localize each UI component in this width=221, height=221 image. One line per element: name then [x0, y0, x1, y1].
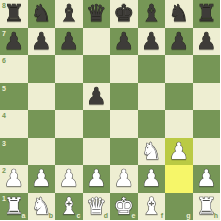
square-c8[interactable]: ♝ [55, 0, 83, 28]
square-g2[interactable] [165, 165, 193, 193]
square-e6[interactable] [110, 55, 138, 83]
square-c4[interactable] [55, 110, 83, 138]
square-e4[interactable] [110, 110, 138, 138]
black-queen[interactable]: ♛ [86, 0, 107, 28]
white-pawn[interactable]: ♟ [3, 165, 24, 193]
square-b1[interactable]: b♞ [28, 193, 56, 221]
square-a2[interactable]: 2♟ [0, 165, 28, 193]
square-e3[interactable] [110, 138, 138, 166]
square-h1[interactable]: h♜ [193, 193, 221, 221]
square-g1[interactable]: g [165, 193, 193, 221]
square-a4[interactable]: 4 [0, 110, 28, 138]
square-g4[interactable] [165, 110, 193, 138]
black-pawn[interactable]: ♟ [168, 28, 189, 56]
black-pawn[interactable]: ♟ [141, 28, 162, 56]
square-d3[interactable] [83, 138, 111, 166]
black-pawn[interactable]: ♟ [86, 83, 107, 111]
black-pawn[interactable]: ♟ [196, 28, 217, 56]
rank-label-5: 5 [2, 85, 6, 92]
rank-label-4: 4 [2, 112, 6, 119]
white-rook[interactable]: ♜ [3, 193, 24, 221]
square-d6[interactable] [83, 55, 111, 83]
black-knight[interactable]: ♞ [168, 0, 189, 28]
square-c1[interactable]: c♝ [55, 193, 83, 221]
black-rook[interactable]: ♜ [196, 0, 217, 28]
square-a8[interactable]: 8♜ [0, 0, 28, 28]
white-pawn[interactable]: ♟ [196, 165, 217, 193]
square-c6[interactable] [55, 55, 83, 83]
black-pawn[interactable]: ♟ [3, 28, 24, 56]
square-h4[interactable] [193, 110, 221, 138]
square-b6[interactable] [28, 55, 56, 83]
black-pawn[interactable]: ♟ [58, 28, 79, 56]
square-f5[interactable] [138, 83, 166, 111]
white-king[interactable]: ♚ [113, 193, 134, 221]
square-d4[interactable] [83, 110, 111, 138]
rank-label-6: 6 [2, 57, 6, 64]
white-knight[interactable]: ♞ [141, 138, 162, 166]
square-f7[interactable]: ♟ [138, 28, 166, 56]
black-king[interactable]: ♚ [113, 0, 134, 28]
square-f6[interactable] [138, 55, 166, 83]
square-h5[interactable] [193, 83, 221, 111]
white-pawn[interactable]: ♟ [168, 138, 189, 166]
square-f1[interactable]: f♝ [138, 193, 166, 221]
square-d8[interactable]: ♛ [83, 0, 111, 28]
square-h8[interactable]: ♜ [193, 0, 221, 28]
chess-board: 8♜♞♝♛♚♝♞♜7♟♟♟♟♟♟♟65♟43♞♟2♟♟♟♟♟♟♟1a♜b♞c♝d… [0, 0, 220, 220]
square-h7[interactable]: ♟ [193, 28, 221, 56]
square-a3[interactable]: 3 [0, 138, 28, 166]
square-d7[interactable] [83, 28, 111, 56]
square-a6[interactable]: 6 [0, 55, 28, 83]
file-label-g: g [186, 212, 190, 219]
square-g6[interactable] [165, 55, 193, 83]
square-c3[interactable] [55, 138, 83, 166]
black-bishop[interactable]: ♝ [58, 0, 79, 28]
square-b2[interactable]: ♟ [28, 165, 56, 193]
square-a1[interactable]: 1a♜ [0, 193, 28, 221]
square-e2[interactable]: ♟ [110, 165, 138, 193]
black-knight[interactable]: ♞ [31, 0, 52, 28]
white-pawn[interactable]: ♟ [86, 165, 107, 193]
square-a5[interactable]: 5 [0, 83, 28, 111]
square-g3[interactable]: ♟ [165, 138, 193, 166]
square-b3[interactable] [28, 138, 56, 166]
square-d2[interactable]: ♟ [83, 165, 111, 193]
square-c5[interactable] [55, 83, 83, 111]
square-b7[interactable]: ♟ [28, 28, 56, 56]
square-b5[interactable] [28, 83, 56, 111]
white-knight[interactable]: ♞ [31, 193, 52, 221]
square-f3[interactable]: ♞ [138, 138, 166, 166]
white-rook[interactable]: ♜ [196, 193, 217, 221]
white-pawn[interactable]: ♟ [113, 165, 134, 193]
square-f8[interactable]: ♝ [138, 0, 166, 28]
white-bishop[interactable]: ♝ [58, 193, 79, 221]
square-h3[interactable] [193, 138, 221, 166]
square-f2[interactable]: ♟ [138, 165, 166, 193]
square-g5[interactable] [165, 83, 193, 111]
square-h2[interactable]: ♟ [193, 165, 221, 193]
square-d5[interactable]: ♟ [83, 83, 111, 111]
square-e5[interactable] [110, 83, 138, 111]
white-queen[interactable]: ♛ [86, 193, 107, 221]
black-bishop[interactable]: ♝ [141, 0, 162, 28]
square-e1[interactable]: e♚ [110, 193, 138, 221]
white-pawn[interactable]: ♟ [141, 165, 162, 193]
black-pawn[interactable]: ♟ [113, 28, 134, 56]
white-bishop[interactable]: ♝ [141, 193, 162, 221]
square-g7[interactable]: ♟ [165, 28, 193, 56]
square-e8[interactable]: ♚ [110, 0, 138, 28]
square-b8[interactable]: ♞ [28, 0, 56, 28]
square-c2[interactable]: ♟ [55, 165, 83, 193]
rank-label-3: 3 [2, 140, 6, 147]
square-h6[interactable] [193, 55, 221, 83]
black-pawn[interactable]: ♟ [31, 28, 52, 56]
square-b4[interactable] [28, 110, 56, 138]
black-rook[interactable]: ♜ [3, 0, 24, 28]
white-pawn[interactable]: ♟ [58, 165, 79, 193]
square-d1[interactable]: d♛ [83, 193, 111, 221]
square-c7[interactable]: ♟ [55, 28, 83, 56]
square-g8[interactable]: ♞ [165, 0, 193, 28]
square-a7[interactable]: 7♟ [0, 28, 28, 56]
square-e7[interactable]: ♟ [110, 28, 138, 56]
white-pawn[interactable]: ♟ [31, 165, 52, 193]
square-f4[interactable] [138, 110, 166, 138]
